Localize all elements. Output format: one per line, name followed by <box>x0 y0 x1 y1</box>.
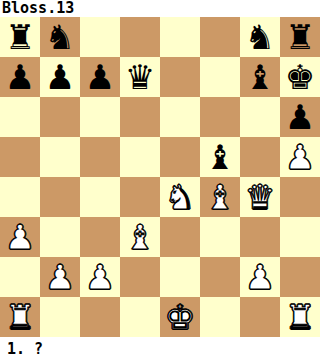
square-d6[interactable] <box>120 97 160 137</box>
square-d2[interactable] <box>120 257 160 297</box>
square-f6[interactable] <box>200 97 240 137</box>
white-pawn: ♟ <box>280 137 320 177</box>
square-d1[interactable] <box>120 297 160 337</box>
black-rook: ♜ <box>280 17 320 57</box>
square-b3[interactable] <box>40 217 80 257</box>
square-f1[interactable] <box>200 297 240 337</box>
square-g8[interactable]: ♞ <box>240 17 280 57</box>
square-f4[interactable]: ♝ <box>200 177 240 217</box>
square-c8[interactable] <box>80 17 120 57</box>
white-pawn: ♟ <box>0 217 40 257</box>
square-d8[interactable] <box>120 17 160 57</box>
square-e6[interactable] <box>160 97 200 137</box>
title-bar: Bloss.13 <box>0 0 320 17</box>
square-g7[interactable]: ♝ <box>240 57 280 97</box>
square-b8[interactable]: ♞ <box>40 17 80 57</box>
square-a4[interactable] <box>0 177 40 217</box>
square-b5[interactable] <box>40 137 80 177</box>
black-knight: ♞ <box>240 17 280 57</box>
square-c2[interactable]: ♟ <box>80 257 120 297</box>
white-queen: ♛ <box>240 177 280 217</box>
square-d5[interactable] <box>120 137 160 177</box>
chess-board: ♜♞♞♜♟♟♟♛♝♚♟♝♟♞♝♛♟♝♟♟♟♜♚♜ <box>0 17 320 337</box>
square-a2[interactable] <box>0 257 40 297</box>
white-pawn: ♟ <box>240 257 280 297</box>
square-e4[interactable]: ♞ <box>160 177 200 217</box>
white-knight: ♞ <box>160 177 200 217</box>
black-bishop: ♝ <box>200 137 240 177</box>
black-pawn: ♟ <box>40 57 80 97</box>
square-d7[interactable]: ♛ <box>120 57 160 97</box>
square-h3[interactable] <box>280 217 320 257</box>
square-e8[interactable] <box>160 17 200 57</box>
white-pawn: ♟ <box>40 257 80 297</box>
white-bishop: ♝ <box>120 217 160 257</box>
white-pawn: ♟ <box>80 257 120 297</box>
square-a1[interactable]: ♜ <box>0 297 40 337</box>
square-f7[interactable] <box>200 57 240 97</box>
square-d4[interactable] <box>120 177 160 217</box>
black-pawn: ♟ <box>80 57 120 97</box>
square-f5[interactable]: ♝ <box>200 137 240 177</box>
square-h8[interactable]: ♜ <box>280 17 320 57</box>
black-bishop: ♝ <box>240 57 280 97</box>
square-e7[interactable] <box>160 57 200 97</box>
black-knight: ♞ <box>40 17 80 57</box>
chess-diagram-page: Bloss.13 ♜♞♞♜♟♟♟♛♝♚♟♝♟♞♝♛♟♝♟♟♟♜♚♜ 1. ? <box>0 0 320 360</box>
square-c1[interactable] <box>80 297 120 337</box>
square-h6[interactable]: ♟ <box>280 97 320 137</box>
square-c3[interactable] <box>80 217 120 257</box>
black-pawn: ♟ <box>0 57 40 97</box>
footer-bar: 1. ? <box>0 337 320 360</box>
square-e2[interactable] <box>160 257 200 297</box>
square-b2[interactable]: ♟ <box>40 257 80 297</box>
square-f3[interactable] <box>200 217 240 257</box>
white-king: ♚ <box>160 297 200 337</box>
square-b6[interactable] <box>40 97 80 137</box>
black-pawn: ♟ <box>280 97 320 137</box>
square-b7[interactable]: ♟ <box>40 57 80 97</box>
square-g6[interactable] <box>240 97 280 137</box>
diagram-title: Bloss.13 <box>2 0 74 16</box>
square-g1[interactable] <box>240 297 280 337</box>
square-a5[interactable] <box>0 137 40 177</box>
square-a7[interactable]: ♟ <box>0 57 40 97</box>
square-b4[interactable] <box>40 177 80 217</box>
square-c5[interactable] <box>80 137 120 177</box>
square-e5[interactable] <box>160 137 200 177</box>
square-g2[interactable]: ♟ <box>240 257 280 297</box>
square-a3[interactable]: ♟ <box>0 217 40 257</box>
square-c6[interactable] <box>80 97 120 137</box>
square-h7[interactable]: ♚ <box>280 57 320 97</box>
white-rook: ♜ <box>280 297 320 337</box>
square-h2[interactable] <box>280 257 320 297</box>
square-h1[interactable]: ♜ <box>280 297 320 337</box>
square-c4[interactable] <box>80 177 120 217</box>
square-a8[interactable]: ♜ <box>0 17 40 57</box>
square-g4[interactable]: ♛ <box>240 177 280 217</box>
square-e3[interactable] <box>160 217 200 257</box>
square-h5[interactable]: ♟ <box>280 137 320 177</box>
square-f2[interactable] <box>200 257 240 297</box>
square-e1[interactable]: ♚ <box>160 297 200 337</box>
square-g3[interactable] <box>240 217 280 257</box>
square-h4[interactable] <box>280 177 320 217</box>
white-rook: ♜ <box>0 297 40 337</box>
move-prompt: 1. ? <box>7 340 43 358</box>
square-b1[interactable] <box>40 297 80 337</box>
black-rook: ♜ <box>0 17 40 57</box>
white-bishop: ♝ <box>200 177 240 217</box>
square-c7[interactable]: ♟ <box>80 57 120 97</box>
square-g5[interactable] <box>240 137 280 177</box>
square-f8[interactable] <box>200 17 240 57</box>
black-king: ♚ <box>280 57 320 97</box>
square-d3[interactable]: ♝ <box>120 217 160 257</box>
black-queen: ♛ <box>120 57 160 97</box>
square-a6[interactable] <box>0 97 40 137</box>
